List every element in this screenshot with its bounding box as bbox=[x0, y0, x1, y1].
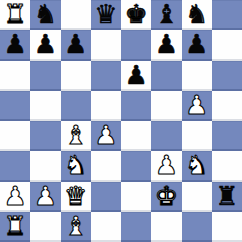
chess-board: ♜♞♛♚♝♞♟♟♟♟♟♟♟♝♟♞♟♞♟♟♛♚♜♜♝ bbox=[0, 0, 242, 242]
square-g4[interactable] bbox=[182, 121, 212, 151]
square-b3[interactable] bbox=[30, 151, 60, 181]
square-b8[interactable]: ♞ bbox=[30, 0, 60, 30]
square-g3[interactable]: ♞ bbox=[182, 151, 212, 181]
piece-b8-black-knight[interactable]: ♞ bbox=[34, 1, 57, 27]
square-b5[interactable] bbox=[30, 91, 60, 121]
piece-a8-white-rook[interactable]: ♜ bbox=[3, 1, 26, 27]
piece-g7-black-pawn[interactable]: ♟ bbox=[185, 31, 208, 57]
square-a2[interactable]: ♟ bbox=[0, 182, 30, 212]
square-e7[interactable] bbox=[121, 30, 151, 60]
piece-b2-white-pawn[interactable]: ♟ bbox=[34, 183, 57, 209]
piece-g5-white-pawn[interactable]: ♟ bbox=[185, 92, 208, 118]
square-d5[interactable] bbox=[91, 91, 121, 121]
piece-g3-white-knight[interactable]: ♞ bbox=[185, 152, 208, 178]
square-a1[interactable]: ♜ bbox=[0, 212, 30, 242]
square-c2[interactable]: ♛ bbox=[61, 182, 91, 212]
piece-c3-white-knight[interactable]: ♞ bbox=[64, 152, 87, 178]
square-c8[interactable] bbox=[61, 0, 91, 30]
square-g1[interactable] bbox=[182, 212, 212, 242]
square-d2[interactable] bbox=[91, 182, 121, 212]
square-d8[interactable]: ♛ bbox=[91, 0, 121, 30]
square-g5[interactable]: ♟ bbox=[182, 91, 212, 121]
piece-b7-black-pawn[interactable]: ♟ bbox=[34, 31, 57, 57]
piece-f8-black-bishop[interactable]: ♝ bbox=[155, 1, 178, 27]
square-f6[interactable] bbox=[151, 61, 181, 91]
square-a6[interactable] bbox=[0, 61, 30, 91]
square-c3[interactable]: ♞ bbox=[61, 151, 91, 181]
square-g7[interactable]: ♟ bbox=[182, 30, 212, 60]
square-f8[interactable]: ♝ bbox=[151, 0, 181, 30]
square-f3[interactable]: ♟ bbox=[151, 151, 181, 181]
square-f7[interactable]: ♟ bbox=[151, 30, 181, 60]
piece-h2-black-rook[interactable]: ♜ bbox=[215, 183, 238, 209]
piece-c4-white-bishop[interactable]: ♝ bbox=[64, 122, 87, 148]
piece-g8-black-knight[interactable]: ♞ bbox=[185, 1, 208, 27]
square-h2[interactable]: ♜ bbox=[212, 182, 242, 212]
square-g2[interactable] bbox=[182, 182, 212, 212]
square-g8[interactable]: ♞ bbox=[182, 0, 212, 30]
square-e5[interactable] bbox=[121, 91, 151, 121]
square-f4[interactable] bbox=[151, 121, 181, 151]
piece-e6-black-pawn[interactable]: ♟ bbox=[124, 62, 147, 88]
square-g6[interactable] bbox=[182, 61, 212, 91]
square-b1[interactable] bbox=[30, 212, 60, 242]
square-h7[interactable] bbox=[212, 30, 242, 60]
piece-c7-black-pawn[interactable]: ♟ bbox=[64, 31, 87, 57]
square-h6[interactable] bbox=[212, 61, 242, 91]
piece-c1-white-bishop[interactable]: ♝ bbox=[64, 213, 87, 239]
square-c4[interactable]: ♝ bbox=[61, 121, 91, 151]
square-f2[interactable]: ♚ bbox=[151, 182, 181, 212]
piece-a1-white-rook[interactable]: ♜ bbox=[3, 213, 26, 239]
square-d6[interactable] bbox=[91, 61, 121, 91]
piece-f2-white-king[interactable]: ♚ bbox=[155, 183, 178, 209]
square-a7[interactable]: ♟ bbox=[0, 30, 30, 60]
square-c1[interactable]: ♝ bbox=[61, 212, 91, 242]
square-b6[interactable] bbox=[30, 61, 60, 91]
square-d7[interactable] bbox=[91, 30, 121, 60]
square-h3[interactable] bbox=[212, 151, 242, 181]
piece-e8-black-king[interactable]: ♚ bbox=[124, 1, 147, 27]
square-a4[interactable] bbox=[0, 121, 30, 151]
square-h4[interactable] bbox=[212, 121, 242, 151]
square-e1[interactable] bbox=[121, 212, 151, 242]
piece-d4-white-pawn[interactable]: ♟ bbox=[94, 122, 117, 148]
square-a8[interactable]: ♜ bbox=[0, 0, 30, 30]
square-d3[interactable] bbox=[91, 151, 121, 181]
square-e3[interactable] bbox=[121, 151, 151, 181]
square-f1[interactable] bbox=[151, 212, 181, 242]
square-e4[interactable] bbox=[121, 121, 151, 151]
piece-a2-white-pawn[interactable]: ♟ bbox=[3, 183, 26, 209]
square-b4[interactable] bbox=[30, 121, 60, 151]
square-d4[interactable]: ♟ bbox=[91, 121, 121, 151]
piece-f7-black-pawn[interactable]: ♟ bbox=[155, 31, 178, 57]
square-f5[interactable] bbox=[151, 91, 181, 121]
square-c5[interactable] bbox=[61, 91, 91, 121]
square-h1[interactable] bbox=[212, 212, 242, 242]
piece-a7-black-pawn[interactable]: ♟ bbox=[3, 31, 26, 57]
square-h5[interactable] bbox=[212, 91, 242, 121]
piece-f3-white-pawn[interactable]: ♟ bbox=[155, 152, 178, 178]
square-b7[interactable]: ♟ bbox=[30, 30, 60, 60]
square-c6[interactable] bbox=[61, 61, 91, 91]
square-a5[interactable] bbox=[0, 91, 30, 121]
square-d1[interactable] bbox=[91, 212, 121, 242]
square-b2[interactable]: ♟ bbox=[30, 182, 60, 212]
square-h8[interactable] bbox=[212, 0, 242, 30]
piece-c2-white-queen[interactable]: ♛ bbox=[64, 183, 87, 209]
square-c7[interactable]: ♟ bbox=[61, 30, 91, 60]
square-e8[interactable]: ♚ bbox=[121, 0, 151, 30]
piece-d8-black-queen[interactable]: ♛ bbox=[94, 1, 117, 27]
square-a3[interactable] bbox=[0, 151, 30, 181]
square-e6[interactable]: ♟ bbox=[121, 61, 151, 91]
square-e2[interactable] bbox=[121, 182, 151, 212]
